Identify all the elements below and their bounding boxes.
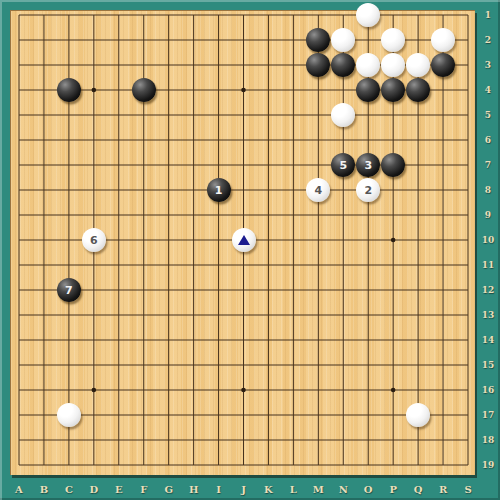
column-label-M: M	[313, 484, 324, 495]
column-label-F: F	[140, 484, 147, 495]
stone-black[interactable]	[57, 78, 81, 102]
row-label-8: 8	[485, 185, 491, 195]
column-label-H: H	[189, 484, 198, 495]
column-label-L: L	[290, 484, 297, 495]
row-label-2: 2	[485, 35, 491, 45]
row-label-3: 3	[485, 60, 491, 70]
row-label-5: 5	[485, 110, 491, 120]
stone-white[interactable]	[406, 403, 430, 427]
column-label-G: G	[164, 484, 173, 495]
move-number: 5	[339, 160, 347, 171]
stone-white[interactable]	[57, 403, 81, 427]
column-label-I: I	[216, 484, 221, 495]
row-label-10: 10	[482, 235, 495, 245]
move-number: 7	[65, 285, 73, 296]
column-label-E: E	[115, 484, 123, 495]
column-label-A: A	[15, 484, 23, 495]
row-label-6: 6	[485, 135, 491, 145]
column-label-Q: Q	[414, 484, 423, 495]
stone-black-move-7[interactable]: 7	[57, 278, 81, 302]
triangle-mark-icon	[238, 235, 250, 245]
move-number: 1	[215, 185, 223, 196]
column-label-N: N	[339, 484, 348, 495]
row-label-14: 14	[482, 335, 495, 345]
row-label-12: 12	[482, 285, 495, 295]
stone-white[interactable]	[431, 28, 455, 52]
column-label-J: J	[241, 484, 246, 495]
stone-white[interactable]	[381, 53, 405, 77]
move-number: 6	[90, 235, 98, 246]
row-label-1: 1	[485, 10, 491, 20]
row-label-13: 13	[482, 310, 495, 320]
row-label-18: 18	[482, 435, 495, 445]
stone-white[interactable]	[406, 53, 430, 77]
row-label-17: 17	[482, 410, 495, 420]
stone-black[interactable]	[431, 53, 455, 77]
stone-white-move-6[interactable]: 6	[82, 228, 106, 252]
column-label-R: R	[439, 484, 447, 495]
row-label-7: 7	[485, 160, 491, 170]
stone-black[interactable]	[406, 78, 430, 102]
row-label-4: 4	[485, 85, 491, 95]
row-label-19: 19	[482, 460, 495, 470]
move-number: 4	[315, 185, 323, 196]
column-label-K: K	[264, 484, 273, 495]
column-label-O: O	[364, 484, 373, 495]
row-label-15: 15	[482, 360, 495, 370]
stone-black[interactable]	[381, 153, 405, 177]
row-label-11: 11	[482, 260, 495, 270]
row-label-16: 16	[482, 385, 495, 395]
stone-black[interactable]	[381, 78, 405, 102]
column-label-D: D	[89, 484, 98, 495]
column-label-S: S	[464, 484, 471, 495]
move-number: 3	[364, 160, 372, 171]
column-label-P: P	[389, 484, 397, 495]
column-label-B: B	[40, 484, 48, 495]
stone-white-marked[interactable]	[232, 228, 256, 252]
stone-black-move-1[interactable]: 1	[207, 178, 231, 202]
stone-white[interactable]	[381, 28, 405, 52]
go-game-window: 5314267 ABCDEFGHIJKLMNOPQRS1234567891011…	[0, 0, 500, 500]
row-label-9: 9	[485, 210, 491, 220]
move-number: 2	[364, 185, 372, 196]
column-label-C: C	[65, 484, 73, 495]
stone-black[interactable]	[132, 78, 156, 102]
